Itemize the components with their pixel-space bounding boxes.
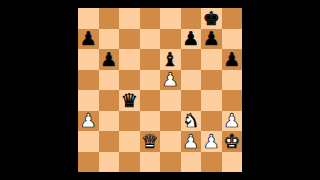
square-b4[interactable] bbox=[99, 90, 120, 111]
square-g4[interactable] bbox=[201, 90, 222, 111]
square-a4[interactable] bbox=[78, 90, 99, 111]
square-g8[interactable]: ♚ bbox=[201, 8, 222, 29]
square-f4[interactable] bbox=[181, 90, 202, 111]
black-pawn[interactable]: ♟ bbox=[182, 29, 199, 48]
square-h1[interactable] bbox=[222, 152, 243, 173]
white-pawn[interactable]: ♟ bbox=[80, 111, 97, 130]
black-queen[interactable]: ♛ bbox=[121, 90, 138, 109]
square-g3[interactable] bbox=[201, 111, 222, 132]
square-d8[interactable] bbox=[140, 8, 161, 29]
chess-board: ♚♟♟♟♟♝♟♟♛♟♞♟♛♟♟♚ bbox=[78, 8, 242, 172]
square-e6[interactable]: ♝ bbox=[160, 49, 181, 70]
square-b2[interactable] bbox=[99, 131, 120, 152]
white-knight[interactable]: ♞ bbox=[182, 111, 199, 130]
square-d6[interactable] bbox=[140, 49, 161, 70]
square-d4[interactable] bbox=[140, 90, 161, 111]
square-f5[interactable] bbox=[181, 70, 202, 91]
black-pawn[interactable]: ♟ bbox=[100, 49, 117, 68]
square-e5[interactable]: ♟ bbox=[160, 70, 181, 91]
square-e3[interactable] bbox=[160, 111, 181, 132]
square-c5[interactable] bbox=[119, 70, 140, 91]
square-f8[interactable] bbox=[181, 8, 202, 29]
square-h4[interactable] bbox=[222, 90, 243, 111]
white-pawn[interactable]: ♟ bbox=[223, 111, 240, 130]
square-a3[interactable]: ♟ bbox=[78, 111, 99, 132]
square-g7[interactable]: ♟ bbox=[201, 29, 222, 50]
square-h8[interactable] bbox=[222, 8, 243, 29]
letterbox-bottom bbox=[78, 172, 242, 180]
black-pawn[interactable]: ♟ bbox=[203, 29, 220, 48]
square-b6[interactable]: ♟ bbox=[99, 49, 120, 70]
white-pawn[interactable]: ♟ bbox=[203, 131, 220, 150]
square-a5[interactable] bbox=[78, 70, 99, 91]
square-c4[interactable]: ♛ bbox=[119, 90, 140, 111]
square-e7[interactable] bbox=[160, 29, 181, 50]
square-c3[interactable] bbox=[119, 111, 140, 132]
square-d3[interactable] bbox=[140, 111, 161, 132]
square-b5[interactable] bbox=[99, 70, 120, 91]
square-c6[interactable] bbox=[119, 49, 140, 70]
square-g6[interactable] bbox=[201, 49, 222, 70]
square-g2[interactable]: ♟ bbox=[201, 131, 222, 152]
square-c7[interactable] bbox=[119, 29, 140, 50]
black-pawn[interactable]: ♟ bbox=[223, 49, 240, 68]
square-g1[interactable] bbox=[201, 152, 222, 173]
square-c8[interactable] bbox=[119, 8, 140, 29]
square-e1[interactable] bbox=[160, 152, 181, 173]
square-g5[interactable] bbox=[201, 70, 222, 91]
square-f2[interactable]: ♟ bbox=[181, 131, 202, 152]
square-h6[interactable]: ♟ bbox=[222, 49, 243, 70]
square-h7[interactable] bbox=[222, 29, 243, 50]
square-f7[interactable]: ♟ bbox=[181, 29, 202, 50]
letterbox-right bbox=[242, 0, 320, 180]
white-king[interactable]: ♚ bbox=[223, 131, 240, 150]
square-f3[interactable]: ♞ bbox=[181, 111, 202, 132]
white-pawn[interactable]: ♟ bbox=[182, 131, 199, 150]
square-a2[interactable] bbox=[78, 131, 99, 152]
square-d7[interactable] bbox=[140, 29, 161, 50]
square-b8[interactable] bbox=[99, 8, 120, 29]
square-b1[interactable] bbox=[99, 152, 120, 173]
black-pawn[interactable]: ♟ bbox=[80, 29, 97, 48]
square-a1[interactable] bbox=[78, 152, 99, 173]
square-h3[interactable]: ♟ bbox=[222, 111, 243, 132]
square-a7[interactable]: ♟ bbox=[78, 29, 99, 50]
square-f6[interactable] bbox=[181, 49, 202, 70]
square-d2[interactable]: ♛ bbox=[140, 131, 161, 152]
square-c1[interactable] bbox=[119, 152, 140, 173]
square-e4[interactable] bbox=[160, 90, 181, 111]
square-b3[interactable] bbox=[99, 111, 120, 132]
black-king[interactable]: ♚ bbox=[203, 8, 220, 27]
square-e8[interactable] bbox=[160, 8, 181, 29]
letterbox-left bbox=[0, 0, 78, 180]
square-b7[interactable] bbox=[99, 29, 120, 50]
square-d5[interactable] bbox=[140, 70, 161, 91]
square-d1[interactable] bbox=[140, 152, 161, 173]
square-c2[interactable] bbox=[119, 131, 140, 152]
square-a6[interactable] bbox=[78, 49, 99, 70]
square-h5[interactable] bbox=[222, 70, 243, 91]
white-queen[interactable]: ♛ bbox=[141, 131, 158, 150]
square-e2[interactable] bbox=[160, 131, 181, 152]
video-frame: ♚♟♟♟♟♝♟♟♛♟♞♟♛♟♟♚ bbox=[0, 0, 320, 180]
black-bishop[interactable]: ♝ bbox=[162, 49, 179, 68]
square-a8[interactable] bbox=[78, 8, 99, 29]
white-pawn[interactable]: ♟ bbox=[162, 70, 179, 89]
square-f1[interactable] bbox=[181, 152, 202, 173]
square-h2[interactable]: ♚ bbox=[222, 131, 243, 152]
